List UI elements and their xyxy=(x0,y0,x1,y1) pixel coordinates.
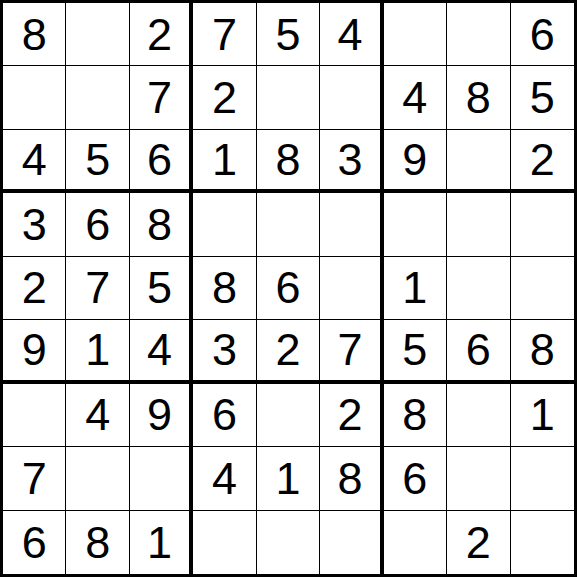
cell-r8c4: 4 xyxy=(193,447,256,510)
cell-r4c1: 3 xyxy=(3,193,66,256)
cell-r9c2: 8 xyxy=(66,511,129,574)
cell-r7c2: 4 xyxy=(66,384,129,447)
cell-r9c6[interactable] xyxy=(320,511,383,574)
cell-r5c5: 6 xyxy=(257,257,320,320)
cell-r6c3: 4 xyxy=(130,320,193,383)
cell-r5c9[interactable] xyxy=(511,257,574,320)
cell-r7c4: 6 xyxy=(193,384,256,447)
cell-r7c5[interactable] xyxy=(257,384,320,447)
cell-r5c6[interactable] xyxy=(320,257,383,320)
cell-r7c8[interactable] xyxy=(447,384,510,447)
cell-r1c5: 5 xyxy=(257,3,320,66)
cell-r7c3: 9 xyxy=(130,384,193,447)
cell-r3c7: 9 xyxy=(384,130,447,193)
cell-r6c4: 3 xyxy=(193,320,256,383)
cell-r2c4: 2 xyxy=(193,66,256,129)
cell-r8c7: 6 xyxy=(384,447,447,510)
cell-r2c2[interactable] xyxy=(66,66,129,129)
cell-r2c8: 8 xyxy=(447,66,510,129)
cell-r4c8[interactable] xyxy=(447,193,510,256)
cell-r6c5: 2 xyxy=(257,320,320,383)
cell-r3c4: 1 xyxy=(193,130,256,193)
cell-r1c6: 4 xyxy=(320,3,383,66)
cell-r8c9[interactable] xyxy=(511,447,574,510)
cell-r7c9: 1 xyxy=(511,384,574,447)
cell-r5c4: 8 xyxy=(193,257,256,320)
cell-r9c8: 2 xyxy=(447,511,510,574)
cell-r9c5[interactable] xyxy=(257,511,320,574)
cell-r5c1: 2 xyxy=(3,257,66,320)
cell-r3c2: 5 xyxy=(66,130,129,193)
cell-r8c1: 7 xyxy=(3,447,66,510)
cell-r1c4: 7 xyxy=(193,3,256,66)
cell-r6c6: 7 xyxy=(320,320,383,383)
cell-r4c5[interactable] xyxy=(257,193,320,256)
cell-r6c9: 8 xyxy=(511,320,574,383)
cell-r8c6: 8 xyxy=(320,447,383,510)
cell-r4c2: 6 xyxy=(66,193,129,256)
cell-r7c1[interactable] xyxy=(3,384,66,447)
cell-r6c8: 6 xyxy=(447,320,510,383)
cell-r1c8[interactable] xyxy=(447,3,510,66)
cell-r9c3: 1 xyxy=(130,511,193,574)
cell-r2c1[interactable] xyxy=(3,66,66,129)
cell-r5c3: 5 xyxy=(130,257,193,320)
cell-r9c7[interactable] xyxy=(384,511,447,574)
cell-r7c6: 2 xyxy=(320,384,383,447)
cell-r3c3: 6 xyxy=(130,130,193,193)
cell-r8c2[interactable] xyxy=(66,447,129,510)
cell-r9c9[interactable] xyxy=(511,511,574,574)
cell-r8c5: 1 xyxy=(257,447,320,510)
cell-r2c3: 7 xyxy=(130,66,193,129)
cell-r4c4[interactable] xyxy=(193,193,256,256)
cell-r3c9: 2 xyxy=(511,130,574,193)
cell-r1c3: 2 xyxy=(130,3,193,66)
cell-r4c6[interactable] xyxy=(320,193,383,256)
cell-r4c3: 8 xyxy=(130,193,193,256)
cell-r7c7: 8 xyxy=(384,384,447,447)
cell-r9c1: 6 xyxy=(3,511,66,574)
sudoku-board: 8275467248545618392368275861914327568496… xyxy=(0,0,577,577)
cell-r5c8[interactable] xyxy=(447,257,510,320)
cell-r2c5[interactable] xyxy=(257,66,320,129)
sudoku-puzzle: 8275467248545618392368275861914327568496… xyxy=(0,0,577,577)
cell-r1c7[interactable] xyxy=(384,3,447,66)
cell-r1c9: 6 xyxy=(511,3,574,66)
cell-r3c6: 3 xyxy=(320,130,383,193)
cell-r3c1: 4 xyxy=(3,130,66,193)
cell-r1c1: 8 xyxy=(3,3,66,66)
cell-r8c8[interactable] xyxy=(447,447,510,510)
cell-r3c8[interactable] xyxy=(447,130,510,193)
cell-r2c6[interactable] xyxy=(320,66,383,129)
cell-r9c4[interactable] xyxy=(193,511,256,574)
cell-r5c7: 1 xyxy=(384,257,447,320)
cell-r1c2[interactable] xyxy=(66,3,129,66)
cell-r4c7[interactable] xyxy=(384,193,447,256)
cell-r6c2: 1 xyxy=(66,320,129,383)
cell-r2c7: 4 xyxy=(384,66,447,129)
cell-r4c9[interactable] xyxy=(511,193,574,256)
cell-r6c7: 5 xyxy=(384,320,447,383)
cell-r6c1: 9 xyxy=(3,320,66,383)
cell-r3c5: 8 xyxy=(257,130,320,193)
cell-r8c3[interactable] xyxy=(130,447,193,510)
cell-r5c2: 7 xyxy=(66,257,129,320)
cell-r2c9: 5 xyxy=(511,66,574,129)
